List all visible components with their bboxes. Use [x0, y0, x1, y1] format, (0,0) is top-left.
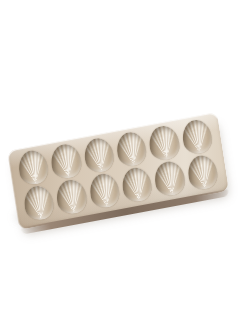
madeleine-cavity — [120, 165, 154, 204]
madeleine-cavity — [16, 148, 50, 187]
madeleine-cavity — [147, 124, 181, 163]
madeleine-cavity — [180, 117, 214, 156]
madeleine-cavity — [22, 183, 56, 222]
madeleine-cavity — [55, 177, 89, 216]
madeleine-cavity — [87, 171, 121, 210]
product-image — [0, 0, 240, 329]
madeleine-cavity — [115, 130, 149, 169]
madeleine-cavity — [49, 142, 83, 181]
madeleine-cavity — [153, 159, 187, 198]
madeleine-cavity — [82, 136, 116, 175]
madeleine-pan — [7, 112, 229, 230]
madeleine-cavity — [185, 153, 219, 192]
